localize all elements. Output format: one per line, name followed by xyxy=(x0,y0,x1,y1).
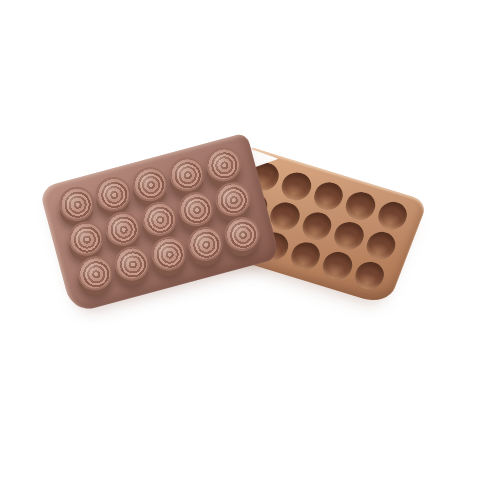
mold-cavity xyxy=(278,169,315,204)
mold-cavity xyxy=(330,219,367,254)
mold-bump xyxy=(101,208,144,250)
mold-cavity xyxy=(298,209,335,244)
product-photo xyxy=(0,0,480,480)
mold-bump xyxy=(147,233,190,275)
bump-grid xyxy=(55,143,263,294)
mold-bump xyxy=(55,183,98,225)
mold-bump xyxy=(202,143,245,185)
mold-bump xyxy=(138,198,181,240)
mold-cavity xyxy=(319,248,356,283)
mold-cavity xyxy=(362,228,399,263)
mold-cavity xyxy=(287,239,324,274)
mold-bump xyxy=(212,178,255,220)
mold-bump xyxy=(111,243,154,285)
mold-bump xyxy=(92,173,135,215)
mold-bump xyxy=(166,153,209,195)
mold-cavity xyxy=(374,198,411,233)
mold-bump xyxy=(184,223,227,265)
mold-bump xyxy=(65,218,108,260)
mold-bump xyxy=(129,163,172,205)
mold-cavity xyxy=(351,258,388,293)
chocolate-mold-flipped xyxy=(39,132,280,313)
mold-cavity xyxy=(310,179,347,214)
mold-cavity xyxy=(342,189,379,224)
mold-bump xyxy=(221,213,264,255)
mold-bump xyxy=(175,188,218,230)
mold-bump xyxy=(74,252,117,294)
